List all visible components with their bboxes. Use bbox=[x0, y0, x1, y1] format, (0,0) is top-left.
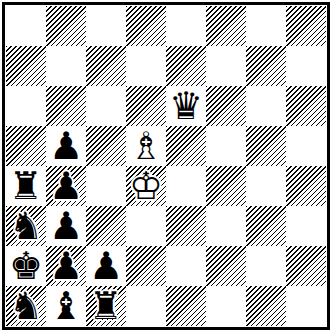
square-b7[interactable] bbox=[46, 46, 86, 86]
black-queen-glyph: ♛ bbox=[169, 87, 203, 125]
black-knight[interactable]: ♞ bbox=[6, 206, 46, 246]
square-h7[interactable] bbox=[286, 46, 326, 86]
black-king[interactable]: ♚ bbox=[6, 246, 46, 286]
black-pawn[interactable]: ♟ bbox=[46, 166, 86, 206]
black-pawn[interactable]: ♟ bbox=[46, 206, 86, 246]
square-h4[interactable] bbox=[286, 166, 326, 206]
square-b1[interactable]: ♝ bbox=[46, 286, 86, 326]
square-c4[interactable] bbox=[86, 166, 126, 206]
black-rook-glyph: ♜ bbox=[9, 167, 43, 205]
square-f4[interactable] bbox=[206, 166, 246, 206]
square-a5[interactable] bbox=[6, 126, 46, 166]
square-g3[interactable] bbox=[246, 206, 286, 246]
square-c6[interactable] bbox=[86, 86, 126, 126]
square-f3[interactable] bbox=[206, 206, 246, 246]
black-pawn-glyph: ♟ bbox=[49, 207, 83, 245]
square-b3[interactable]: ♟ bbox=[46, 206, 86, 246]
square-h1[interactable] bbox=[286, 286, 326, 326]
square-c5[interactable] bbox=[86, 126, 126, 166]
black-pawn[interactable]: ♟ bbox=[86, 246, 126, 286]
white-bishop-outline-layer: ♗ bbox=[129, 127, 163, 165]
board-frame: ♛♟♝♗♜♟♚♔♞♟♚♟♟♞♝♜ bbox=[2, 2, 330, 330]
square-c2[interactable]: ♟ bbox=[86, 246, 126, 286]
square-g2[interactable] bbox=[246, 246, 286, 286]
square-f1[interactable] bbox=[206, 286, 246, 326]
square-d1[interactable] bbox=[126, 286, 166, 326]
white-bishop[interactable]: ♝♗ bbox=[126, 126, 166, 166]
black-pawn-glyph: ♟ bbox=[49, 247, 83, 285]
square-a2[interactable]: ♚ bbox=[6, 246, 46, 286]
square-b5[interactable]: ♟ bbox=[46, 126, 86, 166]
square-d8[interactable] bbox=[126, 6, 166, 46]
square-f8[interactable] bbox=[206, 6, 246, 46]
black-pawn[interactable]: ♟ bbox=[46, 126, 86, 166]
black-rook[interactable]: ♜ bbox=[86, 286, 126, 326]
black-knight-glyph: ♞ bbox=[9, 207, 43, 245]
square-g8[interactable] bbox=[246, 6, 286, 46]
square-g5[interactable] bbox=[246, 126, 286, 166]
square-d6[interactable] bbox=[126, 86, 166, 126]
square-b6[interactable] bbox=[46, 86, 86, 126]
black-king-glyph: ♚ bbox=[9, 247, 43, 285]
square-h6[interactable] bbox=[286, 86, 326, 126]
square-b4[interactable]: ♟ bbox=[46, 166, 86, 206]
square-e4[interactable] bbox=[166, 166, 206, 206]
chess-diagram: ♛♟♝♗♜♟♚♔♞♟♚♟♟♞♝♜ bbox=[0, 0, 332, 332]
square-a8[interactable] bbox=[6, 6, 46, 46]
black-pawn[interactable]: ♟ bbox=[46, 246, 86, 286]
square-h8[interactable] bbox=[286, 6, 326, 46]
square-d5[interactable]: ♝♗ bbox=[126, 126, 166, 166]
square-h2[interactable] bbox=[286, 246, 326, 286]
square-a3[interactable]: ♞ bbox=[6, 206, 46, 246]
square-g1[interactable] bbox=[246, 286, 286, 326]
square-d3[interactable] bbox=[126, 206, 166, 246]
square-e1[interactable] bbox=[166, 286, 206, 326]
square-a4[interactable]: ♜ bbox=[6, 166, 46, 206]
square-e7[interactable] bbox=[166, 46, 206, 86]
black-pawn-glyph: ♟ bbox=[49, 167, 83, 205]
black-queen[interactable]: ♛ bbox=[166, 86, 206, 126]
square-b8[interactable] bbox=[46, 6, 86, 46]
black-pawn-glyph: ♟ bbox=[49, 127, 83, 165]
square-a7[interactable] bbox=[6, 46, 46, 86]
square-f2[interactable] bbox=[206, 246, 246, 286]
square-g4[interactable] bbox=[246, 166, 286, 206]
square-d2[interactable] bbox=[126, 246, 166, 286]
black-knight[interactable]: ♞ bbox=[6, 286, 46, 326]
black-bishop-glyph: ♝ bbox=[49, 287, 83, 325]
white-king-outline-layer: ♔ bbox=[129, 167, 163, 205]
square-e2[interactable] bbox=[166, 246, 206, 286]
square-e8[interactable] bbox=[166, 6, 206, 46]
black-bishop[interactable]: ♝ bbox=[46, 286, 86, 326]
square-e5[interactable] bbox=[166, 126, 206, 166]
white-king[interactable]: ♚♔ bbox=[126, 166, 166, 206]
square-h3[interactable] bbox=[286, 206, 326, 246]
square-f6[interactable] bbox=[206, 86, 246, 126]
black-pawn-glyph: ♟ bbox=[89, 247, 123, 285]
square-g6[interactable] bbox=[246, 86, 286, 126]
square-c8[interactable] bbox=[86, 6, 126, 46]
black-knight-glyph: ♞ bbox=[9, 287, 43, 325]
square-g7[interactable] bbox=[246, 46, 286, 86]
square-c3[interactable] bbox=[86, 206, 126, 246]
square-a1[interactable]: ♞ bbox=[6, 286, 46, 326]
square-d4[interactable]: ♚♔ bbox=[126, 166, 166, 206]
square-e6[interactable]: ♛ bbox=[166, 86, 206, 126]
square-c1[interactable]: ♜ bbox=[86, 286, 126, 326]
black-rook[interactable]: ♜ bbox=[6, 166, 46, 206]
square-f7[interactable] bbox=[206, 46, 246, 86]
black-rook-glyph: ♜ bbox=[89, 287, 123, 325]
chess-board: ♛♟♝♗♜♟♚♔♞♟♚♟♟♞♝♜ bbox=[6, 6, 326, 326]
square-f5[interactable] bbox=[206, 126, 246, 166]
square-h5[interactable] bbox=[286, 126, 326, 166]
square-a6[interactable] bbox=[6, 86, 46, 126]
square-b2[interactable]: ♟ bbox=[46, 246, 86, 286]
square-c7[interactable] bbox=[86, 46, 126, 86]
square-d7[interactable] bbox=[126, 46, 166, 86]
square-e3[interactable] bbox=[166, 206, 206, 246]
